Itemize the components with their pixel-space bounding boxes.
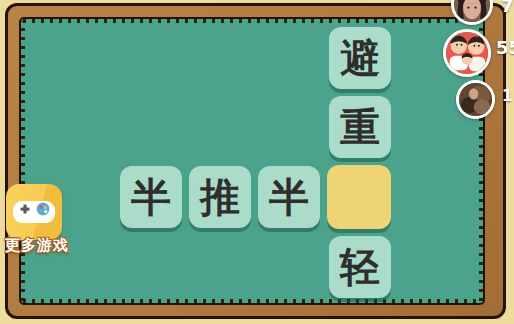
tile-qing: 轻	[329, 236, 391, 298]
player-2-score: 55	[496, 37, 514, 58]
chalkboard-surface	[19, 17, 485, 305]
more-games-button[interactable]: 更多游戏	[0, 182, 78, 260]
chalkboard-frame	[5, 3, 506, 319]
frame-stitches-top	[23, 18, 481, 23]
tile-ban-1: 半	[120, 166, 182, 228]
tile-blank-answer-slot[interactable]	[327, 165, 391, 229]
tile-tui: 推	[189, 166, 251, 228]
game-screen: 避 重 轻 半 推 半 更多游戏	[0, 0, 514, 324]
gamepad-icon	[6, 184, 62, 240]
gamepad-glyph	[12, 195, 56, 229]
more-games-label: 更多游戏	[0, 236, 77, 255]
player-2-avatar[interactable]	[443, 29, 491, 77]
player-1-score: 7	[501, 0, 514, 16]
brown-photo-icon	[459, 83, 492, 116]
family-cartoon-icon	[446, 32, 488, 74]
tile-ban-2: 半	[258, 166, 320, 228]
tile-zhong: 重	[329, 96, 391, 158]
player-3-avatar[interactable]	[456, 80, 495, 119]
girl-photo-icon	[454, 0, 490, 22]
frame-stitches-bottom	[23, 299, 481, 304]
player-3-score: 1	[502, 87, 512, 105]
tile-bi: 避	[329, 27, 391, 89]
